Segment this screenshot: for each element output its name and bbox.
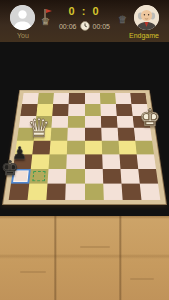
square-e2[interactable] <box>85 169 103 184</box>
old-man-avatar-icon <box>134 5 159 30</box>
move-cursor <box>32 171 45 182</box>
square-e4[interactable] <box>85 141 102 155</box>
square-f1[interactable] <box>103 184 123 200</box>
square-c6[interactable] <box>52 116 69 128</box>
piece-white-king-h5[interactable]: ♚ <box>138 106 162 130</box>
clock-icon <box>80 21 90 31</box>
square-e5[interactable] <box>85 128 102 141</box>
square-c3[interactable] <box>49 154 67 168</box>
black-side-piece-icon: ♛ <box>118 15 127 25</box>
square-h4[interactable] <box>135 141 154 155</box>
square-f8[interactable] <box>100 93 116 104</box>
wood-grain <box>80 246 110 248</box>
square-g1[interactable] <box>121 184 141 200</box>
square-a8[interactable] <box>22 93 39 104</box>
square-b1[interactable] <box>28 184 48 200</box>
square-f3[interactable] <box>102 154 120 168</box>
square-c4[interactable] <box>50 141 68 155</box>
square-f4[interactable] <box>101 141 119 155</box>
wood-grain <box>20 271 46 273</box>
square-d3[interactable] <box>67 154 85 168</box>
square-g4[interactable] <box>118 141 136 155</box>
square-g6[interactable] <box>117 116 134 128</box>
square-c5[interactable] <box>51 128 68 141</box>
square-f2[interactable] <box>102 169 121 184</box>
square-b3[interactable] <box>31 154 50 168</box>
square-e7[interactable] <box>85 104 101 116</box>
square-e8[interactable] <box>85 93 101 104</box>
square-c8[interactable] <box>53 93 69 104</box>
piece-black-king-a2[interactable]: ♚ <box>0 158 20 178</box>
square-c7[interactable] <box>52 104 68 116</box>
square-f5[interactable] <box>101 128 118 141</box>
square-b2[interactable] <box>29 169 48 184</box>
square-d7[interactable] <box>68 104 84 116</box>
top-bar: ♛ 0 : 0 00:06 00:05 ♛ <box>0 0 169 42</box>
black-timer: 00:05 <box>93 23 111 30</box>
square-a1[interactable] <box>9 184 30 200</box>
wood-grain <box>130 278 154 280</box>
chess-app-screen: ♛ 0 : 0 00:06 00:05 ♛ <box>0 0 169 300</box>
square-d8[interactable] <box>69 93 85 104</box>
square-h1[interactable] <box>140 184 161 200</box>
square-d1[interactable] <box>66 184 85 200</box>
square-g2[interactable] <box>120 169 139 184</box>
square-g3[interactable] <box>119 154 138 168</box>
square-e3[interactable] <box>85 154 103 168</box>
square-h2[interactable] <box>138 169 158 184</box>
square-d6[interactable] <box>68 116 84 128</box>
square-e6[interactable] <box>85 116 101 128</box>
square-d2[interactable] <box>66 169 84 184</box>
square-b8[interactable] <box>38 93 54 104</box>
square-g7[interactable] <box>116 104 133 116</box>
square-f7[interactable] <box>100 104 116 116</box>
player-name-you: You <box>0 31 46 40</box>
white-timer: 00:06 <box>59 23 77 30</box>
square-g8[interactable] <box>115 93 131 104</box>
square-f6[interactable] <box>101 116 118 128</box>
square-c2[interactable] <box>48 169 67 184</box>
wood-floor <box>0 216 169 300</box>
square-e1[interactable] <box>85 184 104 200</box>
square-c1[interactable] <box>47 184 67 200</box>
square-d5[interactable] <box>68 128 85 141</box>
player-name-endgame: Endgame <box>119 31 169 40</box>
square-h3[interactable] <box>137 154 156 168</box>
square-g5[interactable] <box>117 128 135 141</box>
square-h8[interactable] <box>130 93 147 104</box>
square-d4[interactable] <box>67 141 84 155</box>
player-avatar-endgame[interactable] <box>134 5 159 30</box>
piece-white-queen-b4[interactable]: ♛ <box>26 115 52 141</box>
